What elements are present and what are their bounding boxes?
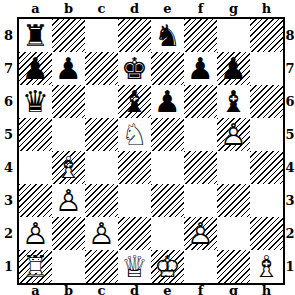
piece-glyph: ♛ (19, 85, 52, 118)
rank-label-right-1: 1 (285, 250, 295, 283)
piece-body-fill: ♟ (184, 217, 217, 250)
square-d6[interactable]: ♝ (118, 85, 151, 118)
square-a3[interactable] (19, 184, 52, 217)
piece-body-fill: ♟ (85, 217, 118, 250)
square-b7[interactable]: ♟ (52, 52, 85, 85)
white-pawn-g5-icon[interactable]: ♟♙ (217, 118, 250, 151)
white-bishop-b4-icon[interactable]: ♝♗ (52, 151, 85, 184)
black-pawn-e6-icon[interactable]: ♟ (151, 85, 184, 118)
square-f1[interactable] (184, 250, 217, 283)
black-bishop-d6-icon[interactable]: ♝ (118, 85, 151, 118)
black-bishop-g6-icon[interactable]: ♝ (217, 85, 250, 118)
square-g4[interactable] (217, 151, 250, 184)
piece-glyph: ♞ (151, 19, 184, 52)
piece-glyph: ♙ (85, 217, 118, 250)
rank-label-left-7: 7 (0, 52, 17, 85)
square-e4[interactable] (151, 151, 184, 184)
square-g1[interactable] (217, 250, 250, 283)
black-pawn-a7-icon[interactable]: ♟ (19, 52, 52, 85)
square-a4[interactable] (19, 151, 52, 184)
piece-glyph: ♟ (151, 85, 184, 118)
square-a1[interactable]: ♜♖ (19, 250, 52, 283)
square-e8[interactable]: ♞ (151, 19, 184, 52)
square-d8[interactable] (118, 19, 151, 52)
white-rook-a1-icon[interactable]: ♜♖ (19, 250, 52, 283)
square-d5[interactable]: ♞♘ (118, 118, 151, 151)
square-e3[interactable] (151, 184, 184, 217)
square-h6[interactable] (250, 85, 283, 118)
square-a6[interactable]: ♛ (19, 85, 52, 118)
piece-glyph: ♖ (19, 250, 52, 283)
rank-label-left-8: 8 (0, 19, 17, 52)
square-c7[interactable] (85, 52, 118, 85)
piece-body-fill: ♝ (52, 151, 85, 184)
square-c4[interactable] (85, 151, 118, 184)
square-c5[interactable] (85, 118, 118, 151)
piece-body-fill: ♛ (118, 250, 151, 283)
rank-label-left-2: 2 (0, 217, 17, 250)
square-a2[interactable]: ♟♙ (19, 217, 52, 250)
piece-glyph: ♝ (118, 85, 151, 118)
white-pawn-c2-icon[interactable]: ♟♙ (85, 217, 118, 250)
piece-glyph: ♙ (217, 118, 250, 151)
black-king-d7-icon[interactable]: ♚ (118, 52, 151, 85)
square-e1[interactable]: ♚♔ (151, 250, 184, 283)
square-c3[interactable] (85, 184, 118, 217)
square-e2[interactable] (151, 217, 184, 250)
file-label-top-b: b (52, 0, 85, 17)
chess-diagram: abcdefgh 87654321 ♜♞♟♟♚♟♟♛♝♟♝♞♘♟♙♝♗♟♙♟♙♟… (0, 0, 295, 295)
square-e6[interactable]: ♟ (151, 85, 184, 118)
square-d4[interactable] (118, 151, 151, 184)
square-b1[interactable] (52, 250, 85, 283)
file-label-bottom-e: e (151, 284, 184, 295)
file-label-bottom-c: c (85, 284, 118, 295)
black-queen-a6-icon[interactable]: ♛ (19, 85, 52, 118)
square-f5[interactable] (184, 118, 217, 151)
square-f8[interactable] (184, 19, 217, 52)
white-bishop-h1-icon[interactable]: ♝♗ (250, 250, 283, 283)
piece-glyph: ♟ (184, 52, 217, 85)
piece-glyph: ♟ (217, 52, 250, 85)
square-h5[interactable] (250, 118, 283, 151)
square-f6[interactable] (184, 85, 217, 118)
file-label-top-a: a (19, 0, 52, 17)
square-b6[interactable] (52, 85, 85, 118)
square-b3[interactable]: ♟♙ (52, 184, 85, 217)
file-label-bottom-h: h (250, 284, 283, 295)
piece-glyph: ♙ (184, 217, 217, 250)
black-rook-a8-icon[interactable]: ♜ (19, 19, 52, 52)
square-c1[interactable] (85, 250, 118, 283)
rank-label-left-3: 3 (0, 184, 17, 217)
file-label-top-h: h (250, 0, 283, 17)
file-label-top-c: c (85, 0, 118, 17)
square-c6[interactable] (85, 85, 118, 118)
rank-label-right-2: 2 (285, 217, 295, 250)
piece-glyph: ♕ (118, 250, 151, 283)
file-label-bottom-a: a (19, 284, 52, 295)
white-queen-d1-icon[interactable]: ♛♕ (118, 250, 151, 283)
square-d7[interactable]: ♚ (118, 52, 151, 85)
file-label-bottom-f: f (184, 284, 217, 295)
black-knight-e8-icon[interactable]: ♞ (151, 19, 184, 52)
square-b5[interactable] (52, 118, 85, 151)
square-h8[interactable] (250, 19, 283, 52)
piece-body-fill: ♝ (250, 250, 283, 283)
piece-body-fill: ♚ (151, 250, 184, 283)
square-d1[interactable]: ♛♕ (118, 250, 151, 283)
black-pawn-b7-icon[interactable]: ♟ (52, 52, 85, 85)
square-g5[interactable]: ♟♙ (217, 118, 250, 151)
rank-label-left-1: 1 (0, 250, 17, 283)
rank-labels-left: 87654321 (0, 19, 17, 283)
file-label-bottom-d: d (118, 284, 151, 295)
rank-label-right-6: 6 (285, 85, 295, 118)
square-d3[interactable] (118, 184, 151, 217)
black-pawn-f7-icon[interactable]: ♟ (184, 52, 217, 85)
piece-glyph: ♗ (52, 151, 85, 184)
file-label-bottom-g: g (217, 284, 250, 295)
white-king-e1-icon[interactable]: ♚♔ (151, 250, 184, 283)
square-d2[interactable] (118, 217, 151, 250)
piece-glyph: ♙ (19, 217, 52, 250)
square-f7[interactable]: ♟ (184, 52, 217, 85)
square-g8[interactable] (217, 19, 250, 52)
black-pawn-g7-icon[interactable]: ♟ (217, 52, 250, 85)
square-b2[interactable] (52, 217, 85, 250)
rank-label-right-7: 7 (285, 52, 295, 85)
rank-labels-right: 87654321 (285, 19, 295, 283)
piece-glyph: ♚ (118, 52, 151, 85)
file-labels-top: abcdefgh (19, 0, 283, 17)
square-b8[interactable] (52, 19, 85, 52)
square-g6[interactable]: ♝ (217, 85, 250, 118)
piece-glyph: ♟ (52, 52, 85, 85)
square-f2[interactable]: ♟♙ (184, 217, 217, 250)
square-g3[interactable] (217, 184, 250, 217)
square-a8[interactable]: ♜ (19, 19, 52, 52)
piece-glyph: ♝ (217, 85, 250, 118)
square-h1[interactable]: ♝♗ (250, 250, 283, 283)
square-f3[interactable] (184, 184, 217, 217)
square-g7[interactable]: ♟ (217, 52, 250, 85)
chess-board: ♜♞♟♟♚♟♟♛♝♟♝♞♘♟♙♝♗♟♙♟♙♟♙♟♙♜♖♛♕♚♔♝♗ (17, 17, 285, 285)
piece-body-fill: ♟ (52, 184, 85, 217)
piece-body-fill: ♟ (217, 118, 250, 151)
file-label-top-f: f (184, 0, 217, 17)
file-labels-bottom: abcdefgh (19, 284, 283, 295)
rank-label-right-3: 3 (285, 184, 295, 217)
piece-body-fill: ♞ (118, 118, 151, 151)
piece-glyph: ♘ (118, 118, 151, 151)
square-e5[interactable] (151, 118, 184, 151)
square-a7[interactable]: ♟ (19, 52, 52, 85)
piece-glyph: ♜ (19, 19, 52, 52)
square-f4[interactable] (184, 151, 217, 184)
square-e7[interactable] (151, 52, 184, 85)
file-label-top-d: d (118, 0, 151, 17)
piece-glyph: ♙ (52, 184, 85, 217)
white-pawn-a2-icon[interactable]: ♟♙ (19, 217, 52, 250)
rank-label-left-4: 4 (0, 151, 17, 184)
white-pawn-b3-icon[interactable]: ♟♙ (52, 184, 85, 217)
piece-glyph: ♗ (250, 250, 283, 283)
rank-label-left-6: 6 (0, 85, 17, 118)
file-label-bottom-b: b (52, 284, 85, 295)
square-c2[interactable]: ♟♙ (85, 217, 118, 250)
square-h7[interactable] (250, 52, 283, 85)
square-c8[interactable] (85, 19, 118, 52)
rank-label-right-4: 4 (285, 151, 295, 184)
white-pawn-f2-icon[interactable]: ♟♙ (184, 217, 217, 250)
square-b4[interactable]: ♝♗ (52, 151, 85, 184)
square-g2[interactable] (217, 217, 250, 250)
white-knight-d5-icon[interactable]: ♞♘ (118, 118, 151, 151)
rank-label-right-5: 5 (285, 118, 295, 151)
rank-label-right-8: 8 (285, 19, 295, 52)
square-a5[interactable] (19, 118, 52, 151)
rank-label-left-5: 5 (0, 118, 17, 151)
square-h2[interactable] (250, 217, 283, 250)
file-label-top-g: g (217, 0, 250, 17)
piece-body-fill: ♜ (19, 250, 52, 283)
piece-glyph: ♟ (19, 52, 52, 85)
piece-body-fill: ♟ (19, 217, 52, 250)
square-h3[interactable] (250, 184, 283, 217)
file-label-top-e: e (151, 0, 184, 17)
piece-glyph: ♔ (151, 250, 184, 283)
square-h4[interactable] (250, 151, 283, 184)
